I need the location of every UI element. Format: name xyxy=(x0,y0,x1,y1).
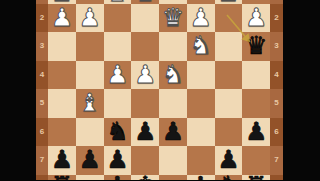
white-bishop: ♝ xyxy=(78,89,100,118)
rank-label-3: 3 xyxy=(36,41,48,51)
square-a5[interactable] xyxy=(242,89,270,118)
square-e3[interactable] xyxy=(131,32,159,61)
square-h3[interactable] xyxy=(48,32,76,61)
square-g4[interactable] xyxy=(76,61,104,90)
white-pawn: ♟ xyxy=(51,4,73,33)
square-f8[interactable]: ♝ xyxy=(104,175,132,181)
square-g3[interactable] xyxy=(76,32,104,61)
square-e4[interactable]: ♟ xyxy=(131,61,159,90)
square-e6[interactable]: ♟ xyxy=(131,118,159,147)
square-d3[interactable] xyxy=(159,32,187,61)
rank-label-4: 4 xyxy=(270,70,283,80)
rank-label-6: 6 xyxy=(270,127,283,137)
square-c4[interactable] xyxy=(187,61,215,90)
black-rook: ♜ xyxy=(245,172,267,181)
square-b4[interactable] xyxy=(215,61,243,90)
square-g5[interactable]: ♝ xyxy=(76,89,104,118)
square-a8[interactable]: ♜ xyxy=(242,175,270,181)
rank-label-5: 5 xyxy=(36,98,48,108)
square-c5[interactable] xyxy=(187,89,215,118)
white-pawn: ♟ xyxy=(78,4,100,33)
black-knight: ♞ xyxy=(217,172,239,181)
square-h4[interactable] xyxy=(48,61,76,90)
board-clip: ♜♝♚♜♟♟♛♟♟♞♛♟♟♞♝♞♟♟♟♟♟♟♟♜♝♚♝♞♜ xyxy=(48,0,270,180)
square-h8[interactable]: ♜ xyxy=(48,175,76,181)
square-g8[interactable] xyxy=(76,175,104,181)
square-a6[interactable]: ♟ xyxy=(242,118,270,147)
square-g2[interactable]: ♟ xyxy=(76,4,104,33)
square-g6[interactable] xyxy=(76,118,104,147)
black-pawn: ♟ xyxy=(162,118,184,147)
rank-label-strip-left: 234567 xyxy=(36,0,48,180)
strip-segment-rank-8 xyxy=(36,175,48,181)
chess-video-frame: 234567 ♜♝♚♜♟♟♛♟♟♞♛♟♟♞♝♞♟♟♟♟♟♟♟♜♝♚♝♞♜ 234… xyxy=(0,0,320,180)
square-d7[interactable] xyxy=(159,146,187,175)
black-bishop: ♝ xyxy=(106,172,128,181)
square-d2[interactable]: ♛ xyxy=(159,4,187,33)
square-f3[interactable] xyxy=(104,32,132,61)
square-b3[interactable] xyxy=(215,32,243,61)
white-pawn: ♟ xyxy=(106,61,128,90)
square-d8[interactable] xyxy=(159,175,187,181)
white-pawn: ♟ xyxy=(245,4,267,33)
black-rook: ♜ xyxy=(51,172,73,181)
square-c2[interactable]: ♟ xyxy=(187,4,215,33)
black-knight: ♞ xyxy=(106,118,128,147)
black-bishop: ♝ xyxy=(189,172,211,181)
square-g7[interactable]: ♟ xyxy=(76,146,104,175)
rank-label-6: 6 xyxy=(36,127,48,137)
rank-label-4: 4 xyxy=(36,70,48,80)
rank-label-5: 5 xyxy=(270,98,283,108)
strip-segment-rank-8 xyxy=(270,175,283,181)
square-a3[interactable]: ♛ xyxy=(242,32,270,61)
white-knight: ♞ xyxy=(189,32,211,61)
square-c6[interactable] xyxy=(187,118,215,147)
square-b6[interactable] xyxy=(215,118,243,147)
square-a4[interactable] xyxy=(242,61,270,90)
square-f6[interactable]: ♞ xyxy=(104,118,132,147)
black-pawn: ♟ xyxy=(245,118,267,147)
square-c8[interactable]: ♝ xyxy=(187,175,215,181)
rank-label-2: 2 xyxy=(36,13,48,23)
chess-board: ♜♝♚♜♟♟♛♟♟♞♛♟♟♞♝♞♟♟♟♟♟♟♟♜♝♚♝♞♜ xyxy=(48,0,270,180)
square-e8[interactable]: ♚ xyxy=(131,175,159,181)
white-pawn: ♟ xyxy=(134,61,156,90)
rank-label-7: 7 xyxy=(36,155,48,165)
rank-label-3: 3 xyxy=(270,41,283,51)
rank-label-strip-right: 234567 xyxy=(270,0,283,180)
rank-label-2: 2 xyxy=(270,13,283,23)
square-f4[interactable]: ♟ xyxy=(104,61,132,90)
rank-label-7: 7 xyxy=(270,155,283,165)
white-knight: ♞ xyxy=(162,61,184,90)
square-a2[interactable]: ♟ xyxy=(242,4,270,33)
white-pawn: ♟ xyxy=(189,4,211,33)
black-queen: ♛ xyxy=(245,32,267,61)
square-b8[interactable]: ♞ xyxy=(215,175,243,181)
square-b2[interactable] xyxy=(215,4,243,33)
white-queen: ♛ xyxy=(162,4,184,33)
square-c3[interactable]: ♞ xyxy=(187,32,215,61)
square-h5[interactable] xyxy=(48,89,76,118)
square-e5[interactable] xyxy=(131,89,159,118)
square-h2[interactable]: ♟ xyxy=(48,4,76,33)
black-king: ♚ xyxy=(134,172,156,181)
square-e2[interactable] xyxy=(131,4,159,33)
square-d6[interactable]: ♟ xyxy=(159,118,187,147)
black-pawn: ♟ xyxy=(78,146,100,175)
black-pawn: ♟ xyxy=(134,118,156,147)
square-b5[interactable] xyxy=(215,89,243,118)
square-d4[interactable]: ♞ xyxy=(159,61,187,90)
square-f2[interactable] xyxy=(104,4,132,33)
square-f5[interactable] xyxy=(104,89,132,118)
square-h6[interactable] xyxy=(48,118,76,147)
square-d5[interactable] xyxy=(159,89,187,118)
